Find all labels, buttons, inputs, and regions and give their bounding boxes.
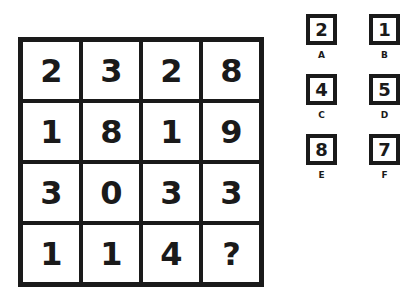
option-letter-b: B [381, 51, 388, 60]
grid-cell-r2c4: 9 [203, 103, 259, 160]
option-value-c: 4 [315, 81, 328, 99]
option-value-d: 5 [378, 81, 391, 99]
grid-cell-r1c4: 8 [203, 42, 259, 99]
grid-cell-r3c1: 3 [23, 164, 79, 221]
answer-option-b[interactable]: 1 B [369, 14, 400, 60]
option-letter-a: A [318, 51, 325, 60]
grid-cell-r1c3: 2 [143, 42, 199, 99]
grid-cell-r3c3: 3 [143, 164, 199, 221]
option-letter-c: C [318, 111, 325, 120]
option-letter-d: D [381, 111, 388, 120]
grid-cell-r2c3: 1 [143, 103, 199, 160]
answer-option-e[interactable]: 8 E [306, 134, 337, 180]
option-letter-e: E [318, 171, 324, 180]
answer-option-c[interactable]: 4 C [306, 74, 337, 120]
grid-cell-r1c1: 2 [23, 42, 79, 99]
answer-option-f[interactable]: 7 F [369, 134, 400, 180]
grid-cell-r3c2: 0 [83, 164, 139, 221]
option-box-b: 1 [369, 14, 400, 45]
grid-cell-r4c2: 1 [83, 225, 139, 282]
answer-option-d[interactable]: 5 D [369, 74, 400, 120]
grid-cell-r2c2: 8 [83, 103, 139, 160]
grid-cell-r4c3: 4 [143, 225, 199, 282]
option-value-a: 2 [315, 21, 328, 39]
grid-cell-unknown: ? [203, 225, 259, 282]
option-letter-f: F [381, 171, 387, 180]
grid-cell-r2c1: 1 [23, 103, 79, 160]
option-box-e: 8 [306, 134, 337, 165]
option-box-d: 5 [369, 74, 400, 105]
option-box-c: 4 [306, 74, 337, 105]
grid-cell-r1c2: 3 [83, 42, 139, 99]
puzzle-canvas: 2 3 2 8 1 8 1 9 3 0 3 3 1 1 4 ? 2 A 1 B [0, 0, 417, 300]
grid-cell-r4c1: 1 [23, 225, 79, 282]
option-box-f: 7 [369, 134, 400, 165]
grid-cell-r3c4: 3 [203, 164, 259, 221]
option-value-e: 8 [315, 141, 328, 159]
answer-options: 2 A 1 B 4 C 5 D 8 E [306, 14, 400, 180]
option-box-a: 2 [306, 14, 337, 45]
answer-option-a[interactable]: 2 A [306, 14, 337, 60]
option-value-b: 1 [378, 21, 391, 39]
puzzle-grid: 2 3 2 8 1 8 1 9 3 0 3 3 1 1 4 ? [18, 37, 264, 287]
option-value-f: 7 [378, 141, 391, 159]
